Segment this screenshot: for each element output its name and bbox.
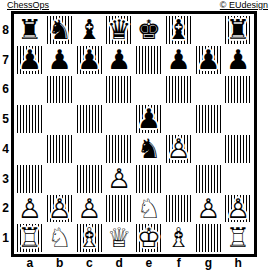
square-g2[interactable]: ♟♙ [194, 194, 224, 224]
rank-label-2: 2 [0, 194, 11, 224]
app-title: ChessOps [7, 0, 49, 10]
black-rook-icon: ♜ [15, 15, 45, 45]
square-g3[interactable] [194, 164, 224, 194]
square-d3[interactable]: ♟♙ [104, 164, 134, 194]
square-b1[interactable]: ♞♘ [45, 223, 75, 253]
white-pawn-icon: ♟♙ [15, 194, 45, 224]
header: ChessOps © EUdesign [0, 0, 270, 11]
white-pawn-icon: ♟♙ [104, 164, 134, 194]
white-pawn-icon: ♟♙ [75, 194, 105, 224]
square-h4[interactable] [223, 134, 253, 164]
file-labels: abcdefgh [15, 256, 253, 270]
square-c5[interactable] [75, 104, 105, 134]
black-knight-icon: ♞ [134, 134, 164, 164]
rank-labels: 87654321 [0, 15, 11, 253]
rank-label-7: 7 [0, 45, 11, 75]
black-pawn-icon: ♟ [164, 45, 194, 75]
file-label-a: a [15, 256, 45, 270]
square-f6[interactable] [164, 75, 194, 105]
square-e4[interactable]: ♞ [134, 134, 164, 164]
square-f4[interactable]: ♟♙ [164, 134, 194, 164]
file-label-g: g [194, 256, 224, 270]
square-d1[interactable]: ♛♕ [104, 223, 134, 253]
black-pawn-icon: ♟ [75, 45, 105, 75]
white-rook-icon: ♜♖ [15, 223, 45, 253]
white-pawn-icon: ♟♙ [164, 134, 194, 164]
square-b2[interactable]: ♟♙ [45, 194, 75, 224]
square-d7[interactable]: ♟ [104, 45, 134, 75]
chessops-window: ChessOps © EUdesign 87654321 ♜♞♝♛♚♝♜♟♟♟♟… [0, 0, 270, 270]
square-f8[interactable]: ♝ [164, 15, 194, 45]
square-c4[interactable] [75, 134, 105, 164]
square-f3[interactable] [164, 164, 194, 194]
black-queen-icon: ♛ [104, 15, 134, 45]
black-knight-icon: ♞ [45, 15, 75, 45]
square-a1[interactable]: ♜♖ [15, 223, 45, 253]
square-f5[interactable] [164, 104, 194, 134]
square-a4[interactable] [15, 134, 45, 164]
square-d2[interactable] [104, 194, 134, 224]
rank-label-4: 4 [0, 134, 11, 164]
square-h2[interactable]: ♟♙ [223, 194, 253, 224]
square-b6[interactable] [45, 75, 75, 105]
black-pawn-icon: ♟ [194, 45, 224, 75]
square-g8[interactable] [194, 15, 224, 45]
square-b8[interactable]: ♞ [45, 15, 75, 45]
file-label-e: e [134, 256, 164, 270]
rank-label-3: 3 [0, 164, 11, 194]
square-h3[interactable] [223, 164, 253, 194]
square-a6[interactable] [15, 75, 45, 105]
white-bishop-icon: ♝♗ [164, 223, 194, 253]
white-king-icon: ♚♔ [134, 223, 164, 253]
square-b4[interactable] [45, 134, 75, 164]
black-pawn-icon: ♟ [104, 45, 134, 75]
square-e1[interactable]: ♚♔ [134, 223, 164, 253]
white-pawn-icon: ♟♙ [223, 194, 253, 224]
square-g6[interactable] [194, 75, 224, 105]
square-a5[interactable] [15, 104, 45, 134]
white-knight-icon: ♞♘ [45, 223, 75, 253]
file-label-c: c [75, 256, 105, 270]
square-c2[interactable]: ♟♙ [75, 194, 105, 224]
square-g7[interactable]: ♟ [194, 45, 224, 75]
black-pawn-icon: ♟ [15, 45, 45, 75]
square-g4[interactable] [194, 134, 224, 164]
rank-label-8: 8 [0, 15, 11, 45]
square-d4[interactable] [104, 134, 134, 164]
white-rook-icon: ♜♖ [223, 223, 253, 253]
square-h1[interactable]: ♜♖ [223, 223, 253, 253]
square-a2[interactable]: ♟♙ [15, 194, 45, 224]
square-h6[interactable] [223, 75, 253, 105]
square-f1[interactable]: ♝♗ [164, 223, 194, 253]
white-knight-icon: ♞♘ [134, 194, 164, 224]
square-e6[interactable] [134, 75, 164, 105]
board-border: ♜♞♝♛♚♝♜♟♟♟♟♟♟♟♟♞♟♙♟♙♟♙♟♙♟♙♞♘♟♙♟♙♜♖♞♘♝♗♛♕… [11, 11, 257, 257]
square-h7[interactable]: ♟ [223, 45, 253, 75]
square-d5[interactable] [104, 104, 134, 134]
white-bishop-icon: ♝♗ [75, 223, 105, 253]
square-c1[interactable]: ♝♗ [75, 223, 105, 253]
square-a7[interactable]: ♟ [15, 45, 45, 75]
square-h8[interactable]: ♜ [223, 15, 253, 45]
square-e8[interactable]: ♚ [134, 15, 164, 45]
black-pawn-icon: ♟ [134, 104, 164, 134]
square-e7[interactable] [134, 45, 164, 75]
square-e5[interactable]: ♟ [134, 104, 164, 134]
square-e2[interactable]: ♞♘ [134, 194, 164, 224]
black-rook-icon: ♜ [223, 15, 253, 45]
square-b3[interactable] [45, 164, 75, 194]
rank-label-6: 6 [0, 75, 11, 105]
file-label-d: d [104, 256, 134, 270]
square-a8[interactable]: ♜ [15, 15, 45, 45]
square-c3[interactable] [75, 164, 105, 194]
square-b5[interactable] [45, 104, 75, 134]
white-pawn-icon: ♟♙ [45, 194, 75, 224]
black-bishop-icon: ♝ [164, 15, 194, 45]
file-label-h: h [223, 256, 253, 270]
square-b7[interactable]: ♟ [45, 45, 75, 75]
square-g5[interactable] [194, 104, 224, 134]
square-f2[interactable] [164, 194, 194, 224]
board: ♜♞♝♛♚♝♜♟♟♟♟♟♟♟♟♞♟♙♟♙♟♙♟♙♟♙♞♘♟♙♟♙♜♖♞♘♝♗♛♕… [15, 15, 253, 253]
black-pawn-icon: ♟ [223, 45, 253, 75]
square-h5[interactable] [223, 104, 253, 134]
black-king-icon: ♚ [134, 15, 164, 45]
file-label-f: f [164, 256, 194, 270]
black-bishop-icon: ♝ [75, 15, 105, 45]
square-d6[interactable] [104, 75, 134, 105]
rank-label-1: 1 [0, 223, 11, 253]
square-f7[interactable]: ♟ [164, 45, 194, 75]
credit-text: © EUdesign [220, 0, 268, 10]
square-e3[interactable] [134, 164, 164, 194]
square-g1[interactable] [194, 223, 224, 253]
square-a3[interactable] [15, 164, 45, 194]
square-c8[interactable]: ♝ [75, 15, 105, 45]
square-c6[interactable] [75, 75, 105, 105]
white-pawn-icon: ♟♙ [194, 194, 224, 224]
black-pawn-icon: ♟ [45, 45, 75, 75]
white-queen-icon: ♛♕ [104, 223, 134, 253]
rank-label-5: 5 [0, 104, 11, 134]
square-c7[interactable]: ♟ [75, 45, 105, 75]
file-label-b: b [45, 256, 75, 270]
square-d8[interactable]: ♛ [104, 15, 134, 45]
